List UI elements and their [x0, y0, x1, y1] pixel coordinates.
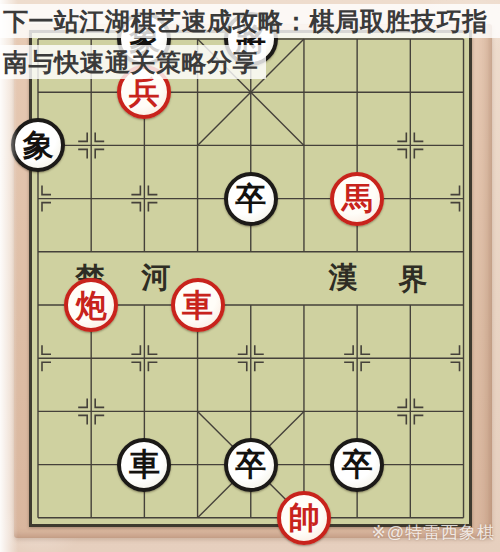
river-label: 界: [399, 260, 428, 300]
title-line-1: 下一站江湖棋艺速成攻略：棋局取胜技巧指: [0, 4, 500, 38]
xiangqi-board: 楚河漢界 象將兵象卒馬炮車車卒卒帥: [29, 30, 472, 527]
piece-red-cannon[interactable]: 炮: [64, 278, 118, 332]
river-label: 漢: [329, 258, 358, 298]
piece-red-horse[interactable]: 馬: [330, 172, 384, 226]
play-area: 楚河漢界 象將兵象卒馬炮車車卒卒帥: [38, 39, 464, 518]
watermark: ※@特雷西象棋: [371, 521, 495, 544]
piece-black-soldier[interactable]: 卒: [224, 172, 278, 226]
river-label: 河: [142, 258, 171, 298]
piece-black-soldier[interactable]: 卒: [224, 438, 278, 492]
article-title: 下一站江湖棋艺速成攻略：棋局取胜技巧指 南与快速通关策略分享: [0, 4, 500, 83]
title-line-2: 南与快速通关策略分享: [0, 45, 266, 79]
piece-red-general[interactable]: 帥: [277, 491, 331, 545]
piece-black-elephant[interactable]: 象: [11, 118, 65, 172]
piece-red-chariot[interactable]: 車: [171, 278, 225, 332]
piece-black-soldier[interactable]: 卒: [330, 438, 384, 492]
piece-black-chariot[interactable]: 車: [117, 438, 171, 492]
